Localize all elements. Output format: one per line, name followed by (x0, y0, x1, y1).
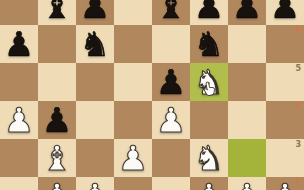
square-f4[interactable] (190, 101, 228, 139)
square-b4[interactable]: ♟ (38, 101, 76, 139)
chess-board-screenshot: ♝♟♝♟♟♟♟♞♞6♟♞5♟♟♟4♝♟♞3♟♟♟♟♟2 (0, 0, 304, 190)
square-a7[interactable] (0, 0, 38, 25)
black-pawn[interactable]: ♟ (266, 0, 304, 25)
square-a4[interactable]: ♟ (0, 101, 38, 139)
square-a3[interactable] (0, 139, 38, 177)
square-g7[interactable]: ♟ (228, 0, 266, 25)
black-knight[interactable]: ♞ (76, 25, 114, 63)
white-knight[interactable]: ♞ (190, 63, 228, 101)
square-h5[interactable]: 5 (266, 63, 304, 101)
square-d6[interactable] (114, 25, 152, 63)
square-c5[interactable] (76, 63, 114, 101)
square-a2[interactable] (0, 177, 38, 190)
square-d5[interactable] (114, 63, 152, 101)
square-h7[interactable]: ♟ (266, 0, 304, 25)
black-bishop[interactable]: ♝ (152, 0, 190, 25)
rank-label-6: 6 (295, 26, 301, 35)
square-c6[interactable]: ♞ (76, 25, 114, 63)
white-pawn[interactable]: ♟ (114, 139, 152, 177)
square-a5[interactable] (0, 63, 38, 101)
black-knight[interactable]: ♞ (190, 25, 228, 63)
black-pawn[interactable]: ♟ (228, 0, 266, 25)
square-d7[interactable] (114, 0, 152, 25)
square-b7[interactable]: ♝ (38, 0, 76, 25)
white-pawn[interactable]: ♟ (76, 177, 114, 190)
square-b5[interactable] (38, 63, 76, 101)
square-h4[interactable]: 4 (266, 101, 304, 139)
square-f2[interactable]: ♟ (190, 177, 228, 190)
square-f7[interactable]: ♟ (190, 0, 228, 25)
square-e3[interactable] (152, 139, 190, 177)
square-c4[interactable] (76, 101, 114, 139)
square-b6[interactable] (38, 25, 76, 63)
black-pawn[interactable]: ♟ (190, 0, 228, 25)
square-e7[interactable]: ♝ (152, 0, 190, 25)
white-bishop[interactable]: ♝ (38, 139, 76, 177)
square-b2[interactable]: ♟ (38, 177, 76, 190)
rank-label-5: 5 (295, 64, 301, 73)
rank-label-4: 4 (295, 102, 301, 111)
square-d2[interactable] (114, 177, 152, 190)
square-d3[interactable]: ♟ (114, 139, 152, 177)
rank-label-2: 2 (295, 178, 301, 187)
square-b3[interactable]: ♝ (38, 139, 76, 177)
white-knight[interactable]: ♞ (190, 139, 228, 177)
black-bishop[interactable]: ♝ (38, 0, 76, 25)
square-f6[interactable]: ♞ (190, 25, 228, 63)
black-pawn[interactable]: ♟ (152, 63, 190, 101)
black-pawn[interactable]: ♟ (38, 101, 76, 139)
square-e2[interactable] (152, 177, 190, 190)
square-h3[interactable]: 3 (266, 139, 304, 177)
square-c3[interactable] (76, 139, 114, 177)
white-pawn[interactable]: ♟ (0, 101, 38, 139)
white-pawn[interactable]: ♟ (38, 177, 76, 190)
black-pawn[interactable]: ♟ (0, 25, 38, 63)
square-c2[interactable]: ♟ (76, 177, 114, 190)
square-f5[interactable]: ♞ (190, 63, 228, 101)
square-d4[interactable] (114, 101, 152, 139)
white-pawn[interactable]: ♟ (190, 177, 228, 190)
square-g5[interactable] (228, 63, 266, 101)
square-e6[interactable] (152, 25, 190, 63)
square-f3[interactable]: ♞ (190, 139, 228, 177)
rank-label-3: 3 (295, 140, 301, 149)
white-pawn[interactable]: ♟ (152, 101, 190, 139)
square-g3[interactable] (228, 139, 266, 177)
square-e5[interactable]: ♟ (152, 63, 190, 101)
square-a6[interactable]: ♟ (0, 25, 38, 63)
square-h6[interactable]: 6 (266, 25, 304, 63)
chess-board: ♝♟♝♟♟♟♟♞♞6♟♞5♟♟♟4♝♟♞3♟♟♟♟♟2 (0, 0, 304, 190)
black-pawn[interactable]: ♟ (76, 0, 114, 25)
white-pawn[interactable]: ♟ (228, 177, 266, 190)
square-g2[interactable]: ♟ (228, 177, 266, 190)
square-c7[interactable]: ♟ (76, 0, 114, 25)
square-e4[interactable]: ♟ (152, 101, 190, 139)
square-g4[interactable] (228, 101, 266, 139)
square-g6[interactable] (228, 25, 266, 63)
square-h2[interactable]: ♟2 (266, 177, 304, 190)
